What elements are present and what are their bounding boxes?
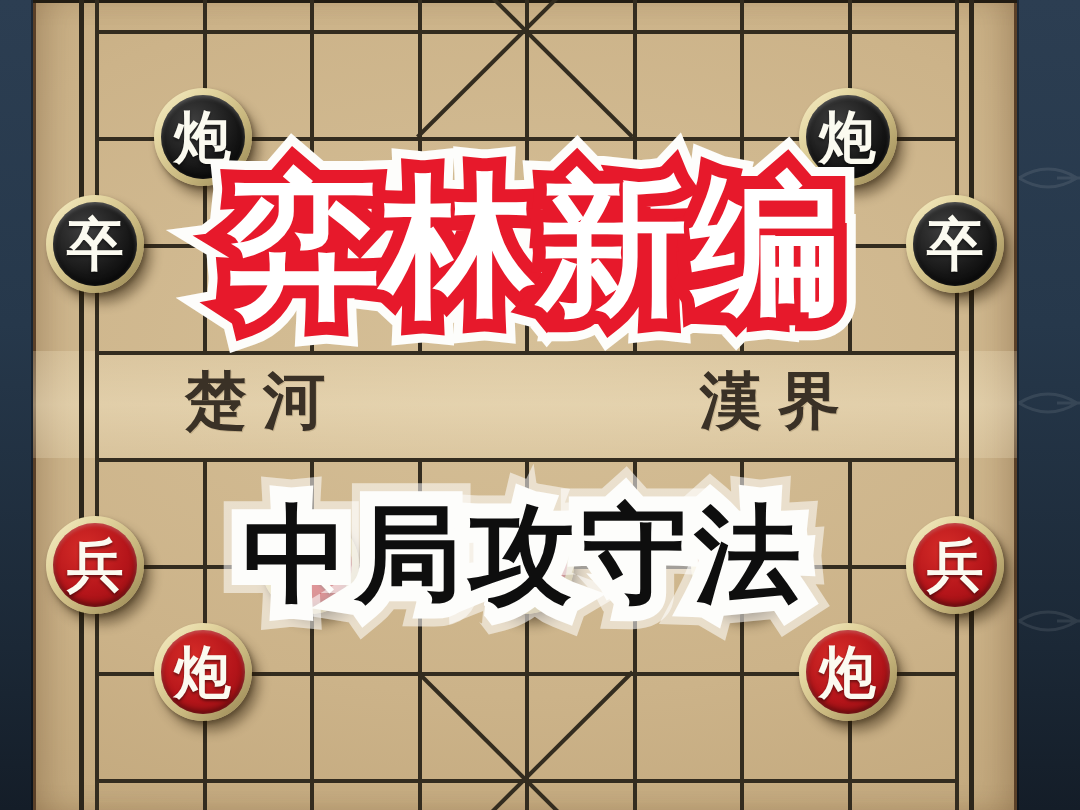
- piece-disc: 炮: [806, 630, 890, 714]
- pieces-layer: 車馬象士將士象馬車炮炮卒卒卒卒卒兵兵兵兵兵炮炮車馬相仕帥仕相馬車: [0, 0, 1080, 810]
- piece-glyph: 兵: [67, 536, 124, 593]
- piece-glyph: 兵: [927, 536, 984, 593]
- piece-red-cannon[interactable]: 炮: [799, 623, 897, 721]
- piece-glyph: 炮: [819, 643, 876, 700]
- piece-red-soldier[interactable]: 兵: [906, 516, 1004, 614]
- subtitle-text: 中局攻守法: [243, 502, 808, 608]
- piece-glyph: 卒: [67, 215, 124, 272]
- xiangqi-thumbnail-stage: 楚河 漢界 車馬象士將士象馬車炮炮卒卒卒卒卒兵兵兵兵兵炮炮車馬相仕帥仕相馬車 弈…: [0, 0, 1080, 810]
- piece-disc: 卒: [53, 202, 137, 286]
- right-sidebar: [1017, 0, 1080, 810]
- title-text: 弈林新编: [228, 170, 844, 322]
- piece-glyph: 炮: [174, 643, 231, 700]
- piece-red-soldier[interactable]: 兵: [46, 516, 144, 614]
- sidebar-swirl-decorations: [1017, 0, 1080, 810]
- piece-glyph: 炮: [174, 108, 231, 165]
- piece-disc: 兵: [53, 523, 137, 607]
- piece-glyph: 卒: [927, 215, 984, 272]
- left-sidebar: [0, 0, 33, 810]
- piece-red-cannon[interactable]: 炮: [154, 623, 252, 721]
- piece-glyph: 炮: [819, 108, 876, 165]
- piece-disc: 卒: [913, 202, 997, 286]
- piece-disc: 兵: [913, 523, 997, 607]
- piece-black-soldier[interactable]: 卒: [906, 195, 1004, 293]
- piece-black-soldier[interactable]: 卒: [46, 195, 144, 293]
- piece-disc: 炮: [161, 630, 245, 714]
